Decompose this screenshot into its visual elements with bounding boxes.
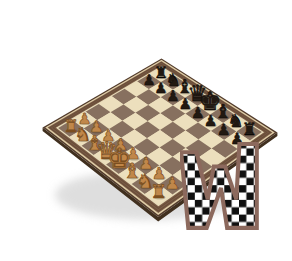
piece-black-pawn-e7: ♟: [191, 104, 205, 122]
piece-white-rook-h1: ♜: [151, 181, 167, 202]
checkered-w-logo: [180, 141, 262, 233]
piece-white-pawn-h2: ♟: [165, 174, 180, 193]
piece-black-pawn-g7: ♟: [217, 121, 231, 139]
chess-set-product-photo: ♜♞♝♛♚♝♞♜♟♟♟♟♟♟♟♟♟♟♟♟♟♟♟♟♜♞♝♛♚♝♞♜: [0, 0, 292, 261]
piece-black-pawn-f7: ♟: [204, 112, 218, 130]
logo-letter-w: [181, 144, 257, 228]
